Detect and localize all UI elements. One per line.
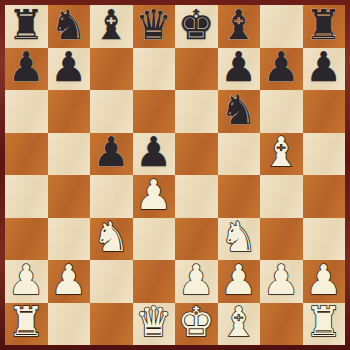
square-e6[interactable] <box>175 90 218 133</box>
white-knight-c3[interactable]: ♞ <box>93 218 130 259</box>
square-h8[interactable]: ♜ <box>303 5 346 48</box>
square-g7[interactable]: ♟ <box>260 48 303 91</box>
black-knight-f6[interactable]: ♞ <box>220 90 257 131</box>
square-c5[interactable]: ♟ <box>90 133 133 176</box>
white-rook-a1[interactable]: ♜ <box>8 303 45 344</box>
black-rook-h8[interactable]: ♜ <box>305 5 342 46</box>
square-b2[interactable]: ♟ <box>48 260 91 303</box>
white-pawn-h2[interactable]: ♟ <box>305 260 342 301</box>
white-pawn-f2[interactable]: ♟ <box>220 260 257 301</box>
square-a5[interactable] <box>5 133 48 176</box>
square-b7[interactable]: ♟ <box>48 48 91 91</box>
square-f8[interactable]: ♝ <box>218 5 261 48</box>
square-d4[interactable]: ♟ <box>133 175 176 218</box>
square-d3[interactable] <box>133 218 176 261</box>
square-f3[interactable]: ♞ <box>218 218 261 261</box>
square-h2[interactable]: ♟ <box>303 260 346 303</box>
black-knight-b8[interactable]: ♞ <box>50 5 87 46</box>
square-e3[interactable] <box>175 218 218 261</box>
black-king-e8[interactable]: ♚ <box>178 5 215 46</box>
white-pawn-b2[interactable]: ♟ <box>50 260 87 301</box>
white-knight-f3[interactable]: ♞ <box>220 218 257 259</box>
square-d6[interactable] <box>133 90 176 133</box>
square-e2[interactable]: ♟ <box>175 260 218 303</box>
black-bishop-f8[interactable]: ♝ <box>220 5 257 46</box>
square-f6[interactable]: ♞ <box>218 90 261 133</box>
white-rook-h1[interactable]: ♜ <box>305 303 342 344</box>
black-pawn-b7[interactable]: ♟ <box>50 48 87 89</box>
square-d1[interactable]: ♛ <box>133 303 176 346</box>
square-g3[interactable] <box>260 218 303 261</box>
black-rook-a8[interactable]: ♜ <box>8 5 45 46</box>
square-b6[interactable] <box>48 90 91 133</box>
white-pawn-e2[interactable]: ♟ <box>178 260 215 301</box>
square-d5[interactable]: ♟ <box>133 133 176 176</box>
square-c6[interactable] <box>90 90 133 133</box>
square-a7[interactable]: ♟ <box>5 48 48 91</box>
square-a3[interactable] <box>5 218 48 261</box>
chess-board[interactable]: ♜♞♝♛♚♝♜♟♟♟♟♟♞♟♟♝♟♞♞♟♟♟♟♟♟♜♛♚♝♜ <box>5 5 345 345</box>
square-d2[interactable] <box>133 260 176 303</box>
square-c4[interactable] <box>90 175 133 218</box>
square-c2[interactable] <box>90 260 133 303</box>
square-a6[interactable] <box>5 90 48 133</box>
square-g4[interactable] <box>260 175 303 218</box>
white-pawn-a2[interactable]: ♟ <box>8 260 45 301</box>
square-c8[interactable]: ♝ <box>90 5 133 48</box>
square-g5[interactable]: ♝ <box>260 133 303 176</box>
square-h6[interactable] <box>303 90 346 133</box>
square-b5[interactable] <box>48 133 91 176</box>
square-f7[interactable]: ♟ <box>218 48 261 91</box>
black-pawn-h7[interactable]: ♟ <box>305 48 342 89</box>
square-f4[interactable] <box>218 175 261 218</box>
black-pawn-d5[interactable]: ♟ <box>135 133 172 174</box>
white-bishop-g5[interactable]: ♝ <box>263 133 300 174</box>
square-b3[interactable] <box>48 218 91 261</box>
square-e1[interactable]: ♚ <box>175 303 218 346</box>
square-d8[interactable]: ♛ <box>133 5 176 48</box>
square-h4[interactable] <box>303 175 346 218</box>
square-f5[interactable] <box>218 133 261 176</box>
square-g2[interactable]: ♟ <box>260 260 303 303</box>
square-a8[interactable]: ♜ <box>5 5 48 48</box>
black-pawn-g7[interactable]: ♟ <box>263 48 300 89</box>
square-e7[interactable] <box>175 48 218 91</box>
white-queen-d1[interactable]: ♛ <box>135 303 172 344</box>
black-pawn-c5[interactable]: ♟ <box>93 133 130 174</box>
square-f2[interactable]: ♟ <box>218 260 261 303</box>
square-b8[interactable]: ♞ <box>48 5 91 48</box>
white-king-e1[interactable]: ♚ <box>178 303 215 344</box>
black-bishop-c8[interactable]: ♝ <box>93 5 130 46</box>
square-b4[interactable] <box>48 175 91 218</box>
square-a4[interactable] <box>5 175 48 218</box>
square-g1[interactable] <box>260 303 303 346</box>
square-c1[interactable] <box>90 303 133 346</box>
white-pawn-g2[interactable]: ♟ <box>263 260 300 301</box>
square-f1[interactable]: ♝ <box>218 303 261 346</box>
square-c3[interactable]: ♞ <box>90 218 133 261</box>
black-queen-d8[interactable]: ♛ <box>135 5 172 46</box>
square-d7[interactable] <box>133 48 176 91</box>
black-pawn-f7[interactable]: ♟ <box>220 48 257 89</box>
square-e4[interactable] <box>175 175 218 218</box>
square-a2[interactable]: ♟ <box>5 260 48 303</box>
square-h7[interactable]: ♟ <box>303 48 346 91</box>
white-pawn-d4[interactable]: ♟ <box>135 175 172 216</box>
white-bishop-f1[interactable]: ♝ <box>220 303 257 344</box>
square-e5[interactable] <box>175 133 218 176</box>
square-c7[interactable] <box>90 48 133 91</box>
square-a1[interactable]: ♜ <box>5 303 48 346</box>
square-g8[interactable] <box>260 5 303 48</box>
square-h5[interactable] <box>303 133 346 176</box>
square-h3[interactable] <box>303 218 346 261</box>
square-b1[interactable] <box>48 303 91 346</box>
board-frame: ♜♞♝♛♚♝♜♟♟♟♟♟♞♟♟♝♟♞♞♟♟♟♟♟♟♜♛♚♝♜ <box>0 0 350 350</box>
square-h1[interactable]: ♜ <box>303 303 346 346</box>
square-g6[interactable] <box>260 90 303 133</box>
black-pawn-a7[interactable]: ♟ <box>8 48 45 89</box>
square-e8[interactable]: ♚ <box>175 5 218 48</box>
